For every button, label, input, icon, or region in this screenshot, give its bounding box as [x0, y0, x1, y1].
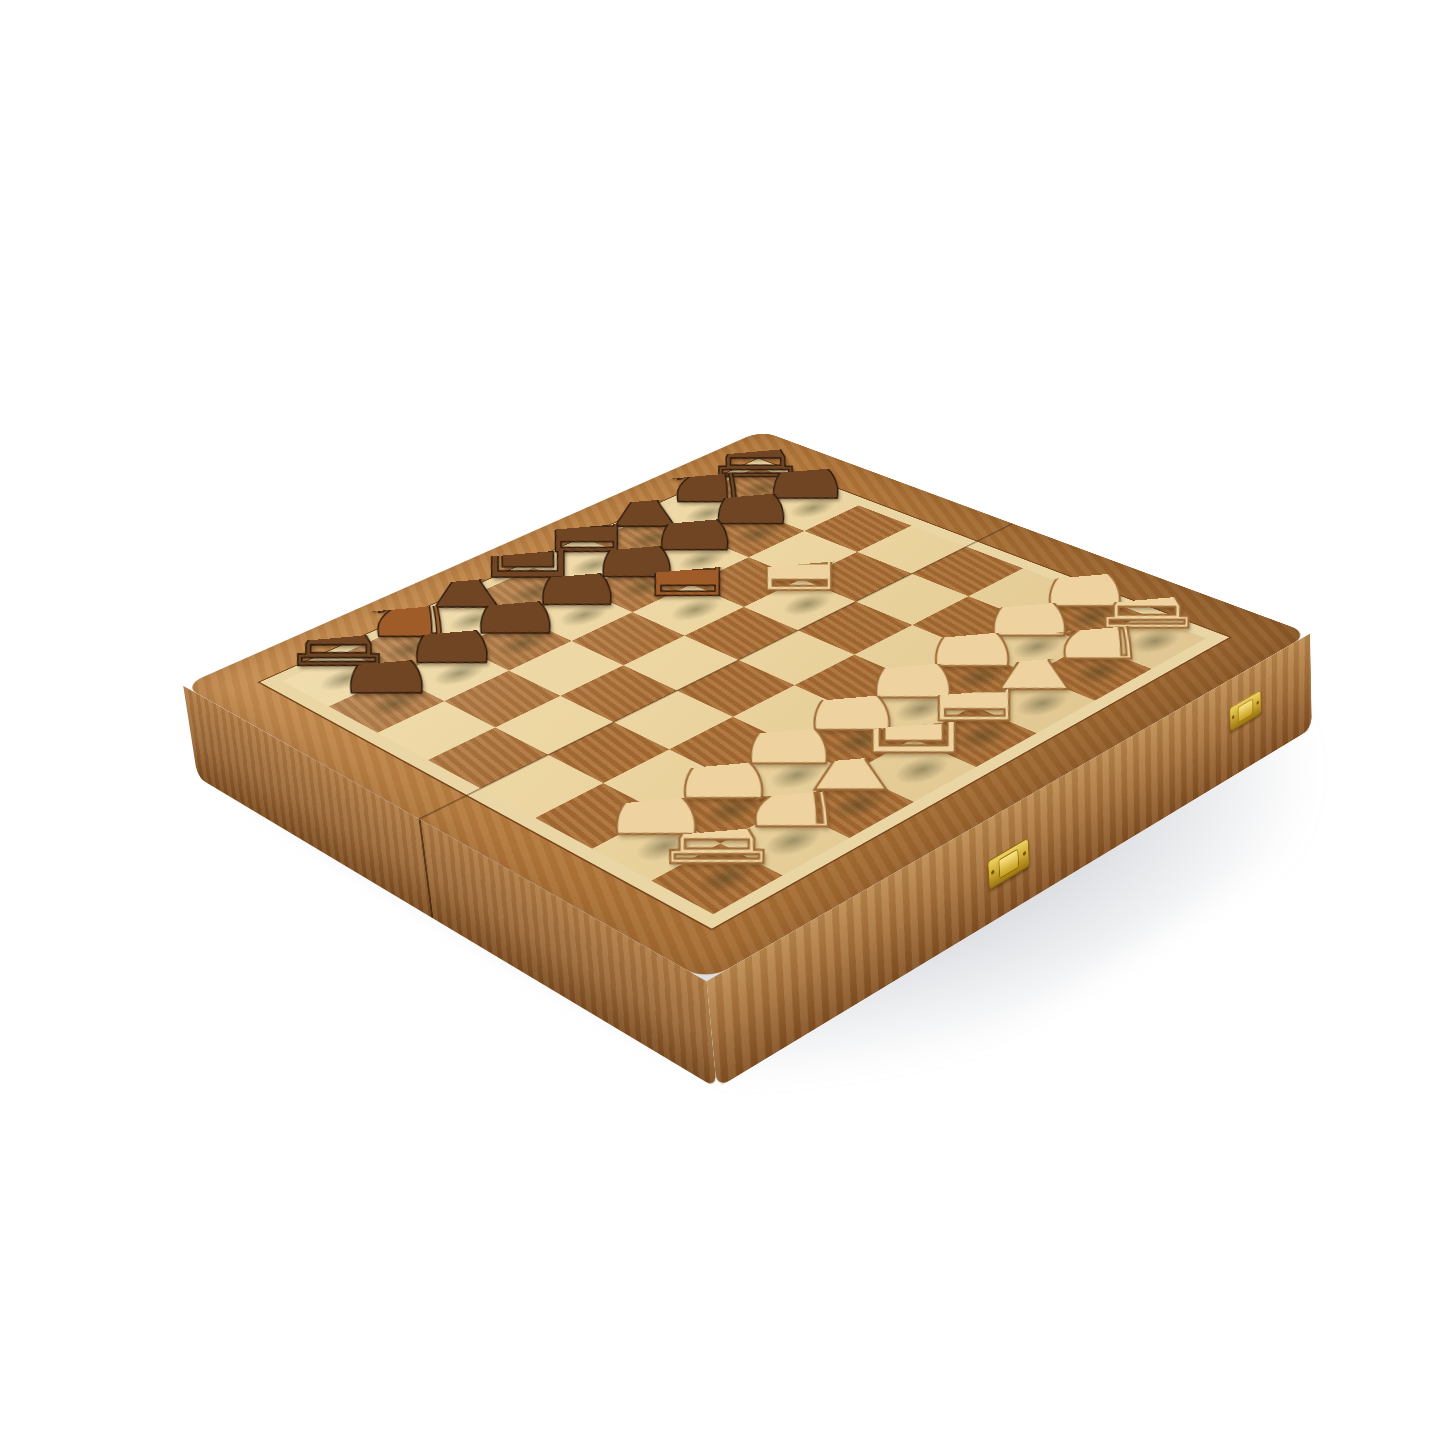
- square-a3[interactable]: [535, 783, 660, 849]
- square-d4[interactable]: [677, 660, 794, 717]
- square-d1[interactable]: [851, 739, 976, 802]
- latch-screw: [1256, 700, 1258, 705]
- square-a2[interactable]: [592, 813, 720, 881]
- square-a4[interactable]: [481, 755, 604, 818]
- chess-box: ♜♞♝♚♛♝♞♜♟♟♟♟♟♟♟♟♛♛♟♟♟♟♟♟♟♟♜♞♝♚♛♝♞♜: [183, 431, 1310, 982]
- square-e1[interactable]: [913, 706, 1036, 767]
- square-a1[interactable]: [651, 843, 782, 914]
- latch-screw: [1023, 851, 1026, 857]
- square-e3[interactable]: [795, 655, 913, 712]
- square-c2[interactable]: [727, 744, 851, 807]
- latch-hasp: [1238, 698, 1254, 723]
- square-b5[interactable]: [495, 696, 613, 755]
- square-b2[interactable]: [661, 778, 787, 844]
- square-b3[interactable]: [603, 749, 727, 812]
- square-f1[interactable]: [973, 674, 1094, 733]
- square-c4[interactable]: [614, 691, 733, 750]
- latch-screw: [991, 870, 994, 876]
- product-photo: ♜♞♝♚♛♝♞♜♟♟♟♟♟♟♟♟♛♛♟♟♟♟♟♟♟♟♜♞♝♚♛♝♞♜: [0, 0, 1445, 1445]
- square-d2[interactable]: [791, 711, 913, 772]
- camera-tilt-wrapper: ♜♞♝♚♛♝♞♜♟♟♟♟♟♟♟♟♛♛♟♟♟♟♟♟♟♟♜♞♝♚♛♝♞♜: [0, 0, 1445, 1445]
- perspective-scene: ♜♞♝♚♛♝♞♜♟♟♟♟♟♟♟♟♛♛♟♟♟♟♟♟♟♟♜♞♝♚♛♝♞♜: [0, 0, 1445, 1445]
- square-b1[interactable]: [720, 807, 849, 875]
- square-d3[interactable]: [733, 685, 853, 744]
- square-e2[interactable]: [853, 680, 974, 739]
- square-g1[interactable]: [1032, 644, 1152, 701]
- latch-screw: [1232, 714, 1234, 719]
- square-a5[interactable]: [428, 727, 548, 788]
- square-a6[interactable]: [378, 701, 496, 760]
- square-c3[interactable]: [669, 717, 791, 778]
- square-b4[interactable]: [548, 722, 669, 783]
- square-c1[interactable]: [787, 772, 914, 838]
- square-f2[interactable]: [913, 649, 1032, 706]
